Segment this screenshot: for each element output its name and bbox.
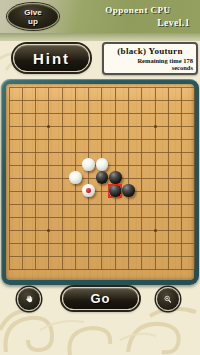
hint-label: Hint bbox=[33, 50, 70, 67]
turn-label: (black) Youturn bbox=[104, 46, 196, 56]
grid-line-horizontal bbox=[9, 269, 195, 270]
star-point bbox=[154, 125, 157, 128]
grid-line-horizontal bbox=[9, 256, 195, 257]
remaining-time-label: Remaining time 178 bbox=[104, 57, 196, 64]
hint-button[interactable]: Hint bbox=[13, 44, 90, 72]
magnifier-plus-icon bbox=[163, 292, 173, 307]
white-stone bbox=[96, 158, 109, 171]
red-square-corner bbox=[118, 194, 122, 198]
star-point bbox=[47, 229, 50, 232]
give-up-button[interactable]: Give up bbox=[7, 3, 59, 30]
star-point bbox=[154, 229, 157, 232]
remaining-time-units: seconds bbox=[104, 64, 196, 71]
grid-line-vertical bbox=[194, 88, 195, 270]
turn-status-box: (black) Youturn Remaining time 178 secon… bbox=[102, 42, 198, 75]
hand-icon bbox=[24, 292, 34, 306]
star-point bbox=[47, 125, 50, 128]
hand-tool-button[interactable] bbox=[17, 287, 41, 311]
gomoku-app-screen: Give up Opponent CPU Level.1 Hint (black… bbox=[0, 0, 200, 355]
grid-line-horizontal bbox=[9, 243, 195, 244]
level-label: Level.1 bbox=[120, 18, 190, 28]
give-up-label-line2: up bbox=[28, 17, 38, 26]
red-square-marker bbox=[108, 184, 122, 198]
red-square-corner bbox=[108, 184, 112, 188]
zoom-button[interactable] bbox=[156, 287, 180, 311]
white-stone bbox=[69, 171, 82, 184]
go-label: Go bbox=[90, 291, 110, 306]
go-button[interactable]: Go bbox=[62, 287, 139, 310]
opponent-label: Opponent CPU bbox=[96, 5, 180, 15]
last-move-red-dot-marker bbox=[86, 188, 91, 193]
gomoku-board[interactable] bbox=[6, 84, 194, 280]
black-stone bbox=[96, 171, 109, 184]
board-frame bbox=[1, 79, 199, 285]
black-stone bbox=[122, 184, 135, 197]
header-gradient-strip bbox=[0, 33, 200, 41]
red-square-corner bbox=[108, 194, 112, 198]
white-stone bbox=[82, 158, 95, 171]
red-square-corner bbox=[118, 184, 122, 188]
grid-line-vertical bbox=[181, 88, 182, 270]
black-stone bbox=[109, 171, 122, 184]
give-up-label-line1: Give bbox=[24, 8, 41, 17]
